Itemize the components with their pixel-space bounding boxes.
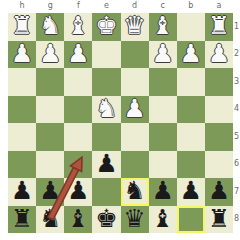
- square-h5[interactable]: [8, 123, 36, 151]
- square-c5[interactable]: [149, 123, 177, 151]
- square-b6[interactable]: [177, 151, 205, 179]
- square-h3[interactable]: [8, 68, 36, 96]
- white-king[interactable]: ♚: [95, 13, 117, 38]
- square-h8[interactable]: ♜: [8, 206, 36, 234]
- black-pawn[interactable]: ♟: [95, 151, 117, 176]
- black-queen[interactable]: ♛: [123, 206, 145, 231]
- rank-label-3: 3: [233, 78, 240, 86]
- rank-label-6: 6: [233, 160, 240, 168]
- file-label-a: a: [216, 1, 221, 11]
- square-b1[interactable]: [177, 13, 205, 41]
- square-c8[interactable]: ♝: [149, 206, 177, 234]
- square-e4[interactable]: ♞: [92, 96, 120, 124]
- black-rook[interactable]: ♜: [11, 206, 33, 231]
- file-label-g: g: [48, 1, 53, 11]
- white-rook[interactable]: ♜: [208, 13, 230, 38]
- black-knight[interactable]: ♞: [123, 178, 145, 203]
- white-knight[interactable]: ♞: [39, 13, 61, 38]
- square-f4[interactable]: [64, 96, 92, 124]
- square-h4[interactable]: [8, 96, 36, 124]
- chess-board-app: ♜♞♝♚♛♝♜♟♟♟♟♟♟♞♟♟♟♟♟♞♟♟♟♜♞♝♚♛♝♜ hgfedcba1…: [0, 0, 240, 240]
- square-e3[interactable]: [92, 68, 120, 96]
- black-rook[interactable]: ♜: [208, 206, 230, 231]
- square-b2[interactable]: ♟: [177, 41, 205, 69]
- rank-label-7: 7: [233, 188, 240, 196]
- square-g1[interactable]: ♞: [36, 13, 64, 41]
- black-knight[interactable]: ♞: [39, 206, 61, 231]
- square-d3[interactable]: [121, 68, 149, 96]
- square-f3[interactable]: [64, 68, 92, 96]
- white-pawn[interactable]: ♟: [208, 41, 230, 66]
- square-a4[interactable]: [205, 96, 233, 124]
- square-c1[interactable]: ♝: [149, 13, 177, 41]
- square-d5[interactable]: [121, 123, 149, 151]
- square-a8[interactable]: ♜: [205, 206, 233, 234]
- square-g4[interactable]: [36, 96, 64, 124]
- square-d2[interactable]: [121, 41, 149, 69]
- white-pawn[interactable]: ♟: [67, 41, 89, 66]
- square-b3[interactable]: [177, 68, 205, 96]
- black-bishop[interactable]: ♝: [67, 206, 89, 231]
- file-label-e: e: [104, 1, 109, 11]
- white-knight[interactable]: ♞: [95, 96, 117, 121]
- square-f6[interactable]: [64, 151, 92, 179]
- black-pawn[interactable]: ♟: [67, 178, 89, 203]
- square-f5[interactable]: [64, 123, 92, 151]
- white-pawn[interactable]: ♟: [151, 41, 173, 66]
- square-f1[interactable]: ♝: [64, 13, 92, 41]
- square-a2[interactable]: ♟: [205, 41, 233, 69]
- square-e1[interactable]: ♚: [92, 13, 120, 41]
- black-pawn[interactable]: ♟: [11, 178, 33, 203]
- square-a6[interactable]: [205, 151, 233, 179]
- square-d7[interactable]: ♞: [121, 178, 149, 206]
- file-label-c: c: [160, 1, 164, 11]
- chess-board: ♜♞♝♚♛♝♜♟♟♟♟♟♟♞♟♟♟♟♟♞♟♟♟♜♞♝♚♛♝♜: [8, 13, 233, 233]
- square-a5[interactable]: [205, 123, 233, 151]
- file-label-f: f: [77, 1, 80, 11]
- white-pawn[interactable]: ♟: [123, 96, 145, 121]
- file-label-b: b: [188, 1, 193, 11]
- square-c6[interactable]: [149, 151, 177, 179]
- rank-label-4: 4: [233, 105, 240, 113]
- white-bishop[interactable]: ♝: [151, 13, 173, 38]
- square-b4[interactable]: [177, 96, 205, 124]
- rank-label-8: 8: [233, 215, 240, 223]
- white-bishop[interactable]: ♝: [67, 13, 89, 38]
- black-pawn[interactable]: ♟: [180, 178, 202, 203]
- white-queen[interactable]: ♛: [123, 13, 145, 38]
- square-b5[interactable]: [177, 123, 205, 151]
- square-g6[interactable]: [36, 151, 64, 179]
- square-h7[interactable]: ♟: [8, 178, 36, 206]
- square-g7[interactable]: ♟: [36, 178, 64, 206]
- white-pawn[interactable]: ♟: [39, 41, 61, 66]
- square-a1[interactable]: ♜: [205, 13, 233, 41]
- square-g8[interactable]: ♞: [36, 206, 64, 234]
- black-pawn[interactable]: ♟: [208, 178, 230, 203]
- black-pawn[interactable]: ♟: [39, 178, 61, 203]
- square-g5[interactable]: [36, 123, 64, 151]
- rank-label-2: 2: [233, 50, 240, 58]
- square-f2[interactable]: ♟: [64, 41, 92, 69]
- square-d8[interactable]: ♛: [121, 206, 149, 234]
- square-a7[interactable]: ♟: [205, 178, 233, 206]
- square-d1[interactable]: ♛: [121, 13, 149, 41]
- square-d6[interactable]: [121, 151, 149, 179]
- white-rook[interactable]: ♜: [11, 13, 33, 38]
- square-h1[interactable]: ♜: [8, 13, 36, 41]
- square-f8[interactable]: ♝: [64, 206, 92, 234]
- square-h2[interactable]: ♟: [8, 41, 36, 69]
- square-h6[interactable]: [8, 151, 36, 179]
- white-pawn[interactable]: ♟: [180, 41, 202, 66]
- square-g2[interactable]: ♟: [36, 41, 64, 69]
- black-bishop[interactable]: ♝: [151, 206, 173, 231]
- file-label-h: h: [20, 1, 25, 11]
- square-c4[interactable]: [149, 96, 177, 124]
- square-e6[interactable]: ♟: [92, 151, 120, 179]
- square-f7[interactable]: ♟: [64, 178, 92, 206]
- white-pawn[interactable]: ♟: [11, 41, 33, 66]
- rank-label-5: 5: [233, 133, 240, 141]
- square-a3[interactable]: [205, 68, 233, 96]
- square-b8[interactable]: [177, 206, 205, 234]
- square-c2[interactable]: ♟: [149, 41, 177, 69]
- black-pawn[interactable]: ♟: [151, 178, 173, 203]
- square-d4[interactable]: ♟: [121, 96, 149, 124]
- square-g3[interactable]: [36, 68, 64, 96]
- square-e2[interactable]: [92, 41, 120, 69]
- square-c3[interactable]: [149, 68, 177, 96]
- square-b7[interactable]: ♟: [177, 178, 205, 206]
- square-c7[interactable]: ♟: [149, 178, 177, 206]
- square-e5[interactable]: [92, 123, 120, 151]
- file-label-d: d: [132, 1, 137, 11]
- rank-label-1: 1: [233, 23, 240, 31]
- square-e7[interactable]: [92, 178, 120, 206]
- black-king[interactable]: ♚: [95, 206, 117, 231]
- square-e8[interactable]: ♚: [92, 206, 120, 234]
